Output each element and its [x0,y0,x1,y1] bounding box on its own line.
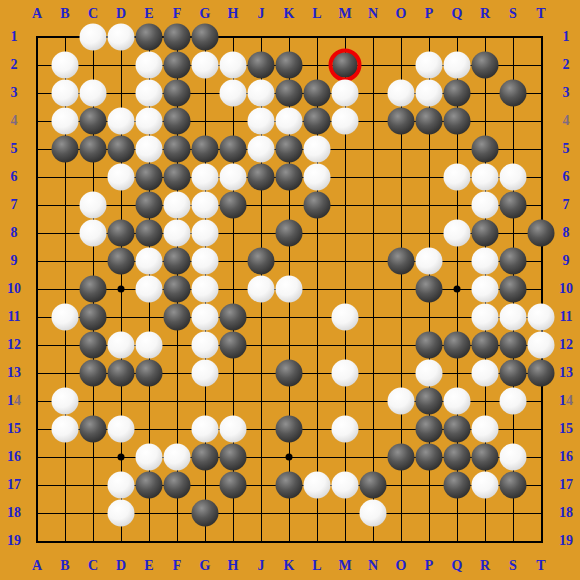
black-stone [388,248,415,275]
black-stone [108,248,135,275]
col-label-top: O [396,7,407,21]
col-label-bottom: T [536,559,545,573]
white-stone [164,444,191,471]
black-stone [500,360,527,387]
black-stone [444,444,471,471]
black-stone [528,360,555,387]
row-label-left: 7 [11,198,18,212]
white-stone [248,108,275,135]
white-stone [472,192,499,219]
white-stone [276,276,303,303]
black-stone [472,136,499,163]
white-stone [192,220,219,247]
white-stone [164,220,191,247]
black-stone [500,332,527,359]
white-stone [108,500,135,527]
row-label-left: 6 [11,170,18,184]
row-label-right: 9 [563,254,570,268]
white-stone [52,108,79,135]
white-stone [192,304,219,331]
white-stone [528,304,555,331]
black-stone [136,472,163,499]
row-label-right: 8 [563,226,570,240]
white-stone [108,108,135,135]
black-stone [108,136,135,163]
black-stone [416,276,443,303]
col-label-bottom: B [60,559,69,573]
row-label-right: 19 [559,534,573,548]
white-stone [388,80,415,107]
white-stone [220,164,247,191]
black-stone [416,108,443,135]
col-label-top: E [144,7,153,21]
row-label-right: 5 [563,142,570,156]
row-label-right: 7 [563,198,570,212]
white-stone [472,360,499,387]
black-stone [164,136,191,163]
col-label-bottom: M [338,559,351,573]
black-stone [388,444,415,471]
black-stone [164,248,191,275]
black-stone [136,360,163,387]
col-label-top: G [200,7,211,21]
black-stone [80,332,107,359]
white-stone [52,416,79,443]
row-label-right: 18 [559,506,573,520]
white-stone [332,360,359,387]
white-stone [220,416,247,443]
white-stone [192,192,219,219]
white-stone [360,500,387,527]
black-stone [416,416,443,443]
black-stone [80,136,107,163]
col-label-top: T [536,7,545,21]
white-stone [500,304,527,331]
black-stone [220,304,247,331]
white-stone [192,164,219,191]
row-label-left: 12 [7,338,21,352]
white-stone [136,248,163,275]
white-stone [108,164,135,191]
col-label-bottom: A [32,559,42,573]
black-stone [248,248,275,275]
white-stone [164,192,191,219]
black-stone [164,52,191,79]
black-stone [360,472,387,499]
white-stone [220,52,247,79]
white-stone [136,444,163,471]
white-stone [108,416,135,443]
col-label-top: J [258,7,265,21]
black-stone-last-move [329,49,362,82]
white-stone [52,388,79,415]
col-label-top: P [425,7,434,21]
white-stone [192,276,219,303]
black-stone [52,136,79,163]
row-label-left: 8 [11,226,18,240]
col-label-top: K [284,7,295,21]
white-stone [332,472,359,499]
col-label-top: N [368,7,378,21]
white-stone [136,276,163,303]
white-stone [192,416,219,443]
white-stone [500,444,527,471]
white-stone [528,332,555,359]
black-stone [444,472,471,499]
white-stone [304,472,331,499]
col-label-bottom: L [312,559,321,573]
black-stone [220,332,247,359]
row-label-left: 9 [11,254,18,268]
row-label-left: 14 [7,394,21,408]
col-label-bottom: R [480,559,490,573]
black-stone [472,332,499,359]
col-label-bottom: K [284,559,295,573]
black-stone [192,500,219,527]
black-stone [220,136,247,163]
row-label-left: 10 [7,282,21,296]
white-stone [192,248,219,275]
black-stone [444,108,471,135]
white-stone [472,276,499,303]
black-stone [80,276,107,303]
white-stone [52,80,79,107]
black-stone [136,24,163,51]
black-stone [164,108,191,135]
col-label-bottom: E [144,559,153,573]
white-stone [276,108,303,135]
row-label-right: 2 [563,58,570,72]
black-stone [304,192,331,219]
black-stone [108,360,135,387]
black-stone [304,80,331,107]
col-label-top: B [60,7,69,21]
black-stone [80,416,107,443]
black-stone [276,52,303,79]
white-stone [500,388,527,415]
white-stone [472,164,499,191]
black-stone [248,52,275,79]
black-stone [248,164,275,191]
white-stone [332,416,359,443]
star-point [118,454,125,461]
white-stone [248,276,275,303]
black-stone [192,24,219,51]
black-stone [220,472,247,499]
star-point [118,286,125,293]
white-stone [416,52,443,79]
col-label-bottom: Q [452,559,463,573]
white-stone [416,248,443,275]
row-label-left: 11 [7,310,20,324]
white-stone [304,136,331,163]
row-label-left: 15 [7,422,21,436]
black-stone [276,416,303,443]
black-stone [80,304,107,331]
row-label-right: 4 [563,114,570,128]
white-stone [248,136,275,163]
white-stone [136,52,163,79]
row-label-right: 17 [559,478,573,492]
white-stone [136,80,163,107]
white-stone [332,80,359,107]
black-stone [164,276,191,303]
white-stone [108,24,135,51]
row-label-right: 12 [559,338,573,352]
col-label-bottom: D [116,559,126,573]
white-stone [444,220,471,247]
white-stone [388,388,415,415]
white-stone [136,108,163,135]
row-label-right: 11 [559,310,572,324]
white-stone [444,52,471,79]
col-label-bottom: N [368,559,378,573]
black-stone [164,304,191,331]
white-stone [444,164,471,191]
row-label-right: 13 [559,366,573,380]
white-stone [52,52,79,79]
black-stone [276,136,303,163]
row-label-right: 6 [563,170,570,184]
black-stone [500,276,527,303]
go-board[interactable]: AABBCCDDEEFFGGHHJJKKLLMMNNOOPPQQRRSSTT11… [0,0,580,580]
row-label-left: 1 [11,30,18,44]
white-stone [220,80,247,107]
white-stone [192,52,219,79]
col-label-bottom: G [200,559,211,573]
row-label-left: 13 [7,366,21,380]
black-stone [136,192,163,219]
white-stone [472,416,499,443]
white-stone [192,360,219,387]
col-label-bottom: C [88,559,98,573]
col-label-top: D [116,7,126,21]
white-stone [80,220,107,247]
white-stone [472,472,499,499]
row-label-right: 3 [563,86,570,100]
black-stone [444,416,471,443]
black-stone [472,444,499,471]
white-stone [80,80,107,107]
black-stone [136,164,163,191]
black-stone [276,472,303,499]
row-label-left: 2 [11,58,18,72]
row-label-right: 16 [559,450,573,464]
black-stone [416,388,443,415]
row-label-right: 1 [563,30,570,44]
col-label-top: M [338,7,351,21]
row-label-left: 5 [11,142,18,156]
black-stone [276,220,303,247]
white-stone [192,332,219,359]
star-point [454,286,461,293]
white-stone [332,108,359,135]
row-label-left: 18 [7,506,21,520]
black-stone [500,80,527,107]
black-stone [500,192,527,219]
white-stone [136,136,163,163]
row-label-left: 3 [11,86,18,100]
row-label-right: 14 [559,394,573,408]
white-stone [472,248,499,275]
white-stone [80,192,107,219]
black-stone [388,108,415,135]
black-stone [80,360,107,387]
black-stone [80,108,107,135]
row-label-left: 17 [7,478,21,492]
row-label-left: 16 [7,450,21,464]
white-stone [500,164,527,191]
white-stone [80,24,107,51]
col-label-top: S [509,7,517,21]
col-label-bottom: S [509,559,517,573]
black-stone [276,164,303,191]
white-stone [416,80,443,107]
black-stone [500,248,527,275]
white-stone [416,360,443,387]
black-stone [108,220,135,247]
row-label-left: 19 [7,534,21,548]
col-label-top: F [173,7,182,21]
col-label-bottom: O [396,559,407,573]
white-stone [108,332,135,359]
col-label-top: H [228,7,239,21]
black-stone [472,52,499,79]
row-label-right: 15 [559,422,573,436]
col-label-top: Q [452,7,463,21]
white-stone [444,388,471,415]
white-stone [472,304,499,331]
col-label-bottom: F [173,559,182,573]
col-label-bottom: P [425,559,434,573]
black-stone [192,444,219,471]
black-stone [472,220,499,247]
black-stone [276,360,303,387]
row-label-left: 4 [11,114,18,128]
black-stone [220,192,247,219]
black-stone [528,220,555,247]
black-stone [164,164,191,191]
row-label-right: 10 [559,282,573,296]
white-stone [332,304,359,331]
black-stone [192,136,219,163]
black-stone [500,472,527,499]
black-stone [444,80,471,107]
black-stone [416,444,443,471]
black-stone [276,80,303,107]
black-stone [164,80,191,107]
black-stone [416,332,443,359]
black-stone [304,108,331,135]
col-label-top: R [480,7,490,21]
white-stone [304,164,331,191]
black-stone [164,24,191,51]
white-stone [248,80,275,107]
black-stone [220,444,247,471]
white-stone [136,332,163,359]
col-label-top: C [88,7,98,21]
col-label-bottom: H [228,559,239,573]
white-stone [108,472,135,499]
black-stone [444,332,471,359]
col-label-top: L [312,7,321,21]
black-stone [164,472,191,499]
black-stone [136,220,163,247]
star-point [286,454,293,461]
white-stone [52,304,79,331]
col-label-bottom: J [258,559,265,573]
col-label-top: A [32,7,42,21]
